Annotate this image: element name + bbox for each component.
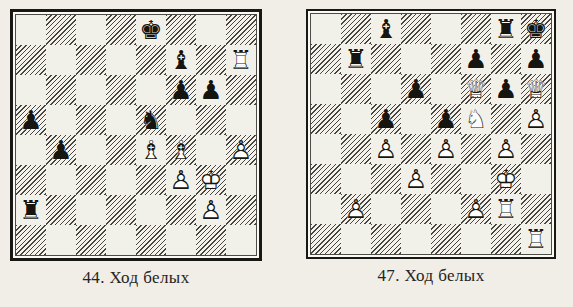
square-e8: ♚♚ [136, 15, 166, 45]
square-c1 [371, 224, 401, 254]
square-e6 [136, 75, 166, 105]
black-pawn: ♟♟ [46, 135, 76, 165]
book-page: ♚♚♝♝♜♖♟♟♟♟♟♟♞♞♟♟♝♗♝♗♟♙♟♙♚♔♜♜♟♙ 44. Ход б… [0, 0, 573, 307]
square-c4: ♟♙ [371, 134, 401, 164]
diagram-44-caption: 44. Ход белых [10, 268, 262, 288]
square-g7 [491, 44, 521, 74]
square-f8 [461, 14, 491, 44]
square-a5 [311, 104, 341, 134]
piece-glyph: ♔ [196, 165, 226, 195]
square-a6 [311, 74, 341, 104]
white-bishop: ♝♗ [136, 135, 166, 165]
square-b3 [341, 164, 371, 194]
square-b8 [341, 14, 371, 44]
square-c6 [371, 74, 401, 104]
piece-glyph: ♖ [491, 194, 521, 224]
piece-glyph: ♖ [521, 224, 551, 254]
square-c3 [76, 165, 106, 195]
white-pawn: ♟♙ [166, 165, 196, 195]
square-f3: ♟♙ [166, 165, 196, 195]
black-pawn: ♟♟ [491, 74, 521, 104]
black-pawn: ♟♟ [196, 75, 226, 105]
piece-glyph: ♕ [461, 74, 491, 104]
square-b2: ♟♙ [341, 194, 371, 224]
square-g6: ♟♟ [196, 75, 226, 105]
square-d1 [401, 224, 431, 254]
square-h4: ♟♙ [226, 135, 256, 165]
piece-glyph: ♜ [491, 14, 521, 44]
square-e7 [431, 44, 461, 74]
white-knight: ♞♘ [461, 104, 491, 134]
square-h7: ♟♟ [521, 44, 551, 74]
piece-glyph: ♟ [196, 75, 226, 105]
square-b4 [341, 134, 371, 164]
square-b7: ♜♜ [341, 44, 371, 74]
black-knight: ♞♞ [136, 105, 166, 135]
board-frame-47: ♝♝♜♜♚♚♜♜♟♟♟♟♟♟♛♕♟♟♛♕♟♟♟♟♞♘♟♙♟♙♟♙♟♙♟♙♚♔♟♙… [306, 9, 556, 259]
black-pawn: ♟♟ [166, 75, 196, 105]
piece-glyph: ♜ [341, 44, 371, 74]
square-a6 [16, 75, 46, 105]
black-king: ♚♚ [136, 15, 166, 45]
square-a8 [311, 14, 341, 44]
piece-glyph: ♟ [46, 135, 76, 165]
white-queen: ♛♕ [521, 74, 551, 104]
square-f3 [461, 164, 491, 194]
square-g1 [491, 224, 521, 254]
black-rook: ♜♜ [341, 44, 371, 74]
white-pawn: ♟♙ [341, 194, 371, 224]
black-pawn: ♟♟ [521, 44, 551, 74]
square-g5 [491, 104, 521, 134]
square-a7 [16, 45, 46, 75]
square-h6 [226, 75, 256, 105]
square-h2 [226, 195, 256, 225]
square-c8 [76, 15, 106, 45]
square-h8 [226, 15, 256, 45]
square-c8: ♝♝ [371, 14, 401, 44]
square-f4 [461, 134, 491, 164]
square-d5 [106, 105, 136, 135]
piece-glyph: ♝ [371, 14, 401, 44]
piece-glyph: ♚ [136, 15, 166, 45]
square-d8 [401, 14, 431, 44]
square-e6 [431, 74, 461, 104]
black-pawn: ♟♟ [401, 74, 431, 104]
white-pawn: ♟♙ [226, 135, 256, 165]
piece-glyph: ♙ [371, 134, 401, 164]
square-c6 [76, 75, 106, 105]
square-a8 [16, 15, 46, 45]
square-f6: ♟♟ [166, 75, 196, 105]
black-bishop: ♝♝ [371, 14, 401, 44]
square-a4 [16, 135, 46, 165]
white-pawn: ♟♙ [521, 104, 551, 134]
white-bishop: ♝♗ [166, 135, 196, 165]
square-b5 [341, 104, 371, 134]
square-h1 [226, 225, 256, 255]
piece-glyph: ♕ [521, 74, 551, 104]
piece-glyph: ♙ [401, 164, 431, 194]
square-b4: ♟♟ [46, 135, 76, 165]
square-f6: ♛♕ [461, 74, 491, 104]
square-d7 [401, 44, 431, 74]
square-h3 [521, 164, 551, 194]
black-rook: ♜♜ [491, 14, 521, 44]
black-pawn: ♟♟ [461, 44, 491, 74]
white-rook: ♜♖ [521, 224, 551, 254]
square-e7 [136, 45, 166, 75]
square-h4 [521, 134, 551, 164]
piece-glyph: ♜ [16, 195, 46, 225]
white-pawn: ♟♙ [491, 134, 521, 164]
square-c7 [371, 44, 401, 74]
piece-glyph: ♟ [461, 44, 491, 74]
square-g4: ♟♙ [491, 134, 521, 164]
square-g2: ♟♙ [196, 195, 226, 225]
square-b5 [46, 105, 76, 135]
square-d8 [106, 15, 136, 45]
square-e2 [136, 195, 166, 225]
black-bishop: ♝♝ [166, 45, 196, 75]
piece-glyph: ♝ [166, 45, 196, 75]
square-e4: ♝♗ [136, 135, 166, 165]
square-e5: ♟♟ [431, 104, 461, 134]
diagram-44: ♚♚♝♝♜♖♟♟♟♟♟♟♞♞♟♟♝♗♝♗♟♙♟♙♚♔♜♜♟♙ 44. Ход б… [10, 9, 262, 288]
square-c4 [76, 135, 106, 165]
square-g7 [196, 45, 226, 75]
black-pawn: ♟♟ [431, 104, 461, 134]
diagram-47-caption: 47. Ход белых [306, 266, 556, 286]
piece-glyph: ♙ [431, 134, 461, 164]
piece-glyph: ♟ [401, 74, 431, 104]
white-queen: ♛♕ [461, 74, 491, 104]
piece-glyph: ♟ [431, 104, 461, 134]
square-g3: ♚♔ [491, 164, 521, 194]
square-b8 [46, 15, 76, 45]
square-d1 [106, 225, 136, 255]
square-a5: ♟♟ [16, 105, 46, 135]
piece-glyph: ♔ [491, 164, 521, 194]
piece-glyph: ♙ [491, 134, 521, 164]
square-c2 [371, 194, 401, 224]
square-h2 [521, 194, 551, 224]
square-f5: ♞♘ [461, 104, 491, 134]
square-a1 [311, 224, 341, 254]
square-f7: ♝♝ [166, 45, 196, 75]
white-pawn: ♟♙ [461, 194, 491, 224]
square-c7 [76, 45, 106, 75]
square-b3 [46, 165, 76, 195]
square-f1 [461, 224, 491, 254]
square-e4: ♟♙ [431, 134, 461, 164]
piece-glyph: ♟ [371, 104, 401, 134]
square-e2 [431, 194, 461, 224]
square-f2 [166, 195, 196, 225]
square-d3: ♟♙ [401, 164, 431, 194]
square-d7 [106, 45, 136, 75]
piece-glyph: ♙ [196, 195, 226, 225]
square-e3 [431, 164, 461, 194]
piece-glyph: ♟ [16, 105, 46, 135]
square-d5 [401, 104, 431, 134]
square-e5: ♞♞ [136, 105, 166, 135]
square-f4: ♝♗ [166, 135, 196, 165]
square-h1: ♜♖ [521, 224, 551, 254]
piece-glyph: ♟ [166, 75, 196, 105]
square-f7: ♟♟ [461, 44, 491, 74]
black-pawn: ♟♟ [371, 104, 401, 134]
piece-glyph: ♙ [166, 165, 196, 195]
piece-glyph: ♗ [136, 135, 166, 165]
square-h6: ♛♕ [521, 74, 551, 104]
chessboard-44: ♚♚♝♝♜♖♟♟♟♟♟♟♞♞♟♟♝♗♝♗♟♙♟♙♚♔♜♜♟♙ [15, 14, 257, 256]
square-d4 [106, 135, 136, 165]
square-e1 [136, 225, 166, 255]
square-h5 [226, 105, 256, 135]
square-a2: ♜♜ [16, 195, 46, 225]
black-king: ♚♚ [521, 14, 551, 44]
piece-glyph: ♙ [521, 104, 551, 134]
piece-glyph: ♙ [341, 194, 371, 224]
white-pawn: ♟♙ [371, 134, 401, 164]
square-g6: ♟♟ [491, 74, 521, 104]
square-b6 [46, 75, 76, 105]
square-b2 [46, 195, 76, 225]
square-c5 [76, 105, 106, 135]
square-b6 [341, 74, 371, 104]
white-pawn: ♟♙ [431, 134, 461, 164]
square-c2 [76, 195, 106, 225]
piece-glyph: ♟ [491, 74, 521, 104]
diagram-47: ♝♝♜♜♚♚♜♜♟♟♟♟♟♟♛♕♟♟♛♕♟♟♟♟♞♘♟♙♟♙♟♙♟♙♟♙♚♔♟♙… [306, 9, 556, 286]
square-g8 [196, 15, 226, 45]
square-a7 [311, 44, 341, 74]
piece-glyph: ♗ [166, 135, 196, 165]
square-a3 [16, 165, 46, 195]
square-c3 [371, 164, 401, 194]
white-king: ♚♔ [196, 165, 226, 195]
square-a4 [311, 134, 341, 164]
white-pawn: ♟♙ [196, 195, 226, 225]
piece-glyph: ♖ [226, 45, 256, 75]
square-d4 [401, 134, 431, 164]
square-a3 [311, 164, 341, 194]
square-b1 [46, 225, 76, 255]
square-e8 [431, 14, 461, 44]
piece-glyph: ♟ [521, 44, 551, 74]
square-h7: ♜♖ [226, 45, 256, 75]
square-f5 [166, 105, 196, 135]
square-g5 [196, 105, 226, 135]
piece-glyph: ♞ [136, 105, 166, 135]
square-g2: ♜♖ [491, 194, 521, 224]
white-king: ♚♔ [491, 164, 521, 194]
square-b1 [341, 224, 371, 254]
black-pawn: ♟♟ [16, 105, 46, 135]
square-g1 [196, 225, 226, 255]
square-h8: ♚♚ [521, 14, 551, 44]
white-rook: ♜♖ [491, 194, 521, 224]
square-c1 [76, 225, 106, 255]
white-pawn: ♟♙ [401, 164, 431, 194]
square-e1 [431, 224, 461, 254]
piece-glyph: ♙ [461, 194, 491, 224]
square-g3: ♚♔ [196, 165, 226, 195]
square-f1 [166, 225, 196, 255]
black-rook: ♜♜ [16, 195, 46, 225]
square-a2 [311, 194, 341, 224]
square-d2 [106, 195, 136, 225]
square-d3 [106, 165, 136, 195]
square-g4 [196, 135, 226, 165]
square-h5: ♟♙ [521, 104, 551, 134]
square-f8 [166, 15, 196, 45]
square-g8: ♜♜ [491, 14, 521, 44]
square-c5: ♟♟ [371, 104, 401, 134]
piece-glyph: ♙ [226, 135, 256, 165]
square-f2: ♟♙ [461, 194, 491, 224]
white-rook: ♜♖ [226, 45, 256, 75]
piece-glyph: ♚ [521, 14, 551, 44]
square-d6: ♟♟ [401, 74, 431, 104]
piece-glyph: ♘ [461, 104, 491, 134]
square-b7 [46, 45, 76, 75]
square-h3 [226, 165, 256, 195]
chessboard-47: ♝♝♜♜♚♚♜♜♟♟♟♟♟♟♛♕♟♟♛♕♟♟♟♟♞♘♟♙♟♙♟♙♟♙♟♙♚♔♟♙… [310, 13, 552, 255]
board-frame-44: ♚♚♝♝♜♖♟♟♟♟♟♟♞♞♟♟♝♗♝♗♟♙♟♙♚♔♜♜♟♙ [10, 9, 262, 261]
square-e3 [136, 165, 166, 195]
square-d6 [106, 75, 136, 105]
square-d2 [401, 194, 431, 224]
square-a1 [16, 225, 46, 255]
